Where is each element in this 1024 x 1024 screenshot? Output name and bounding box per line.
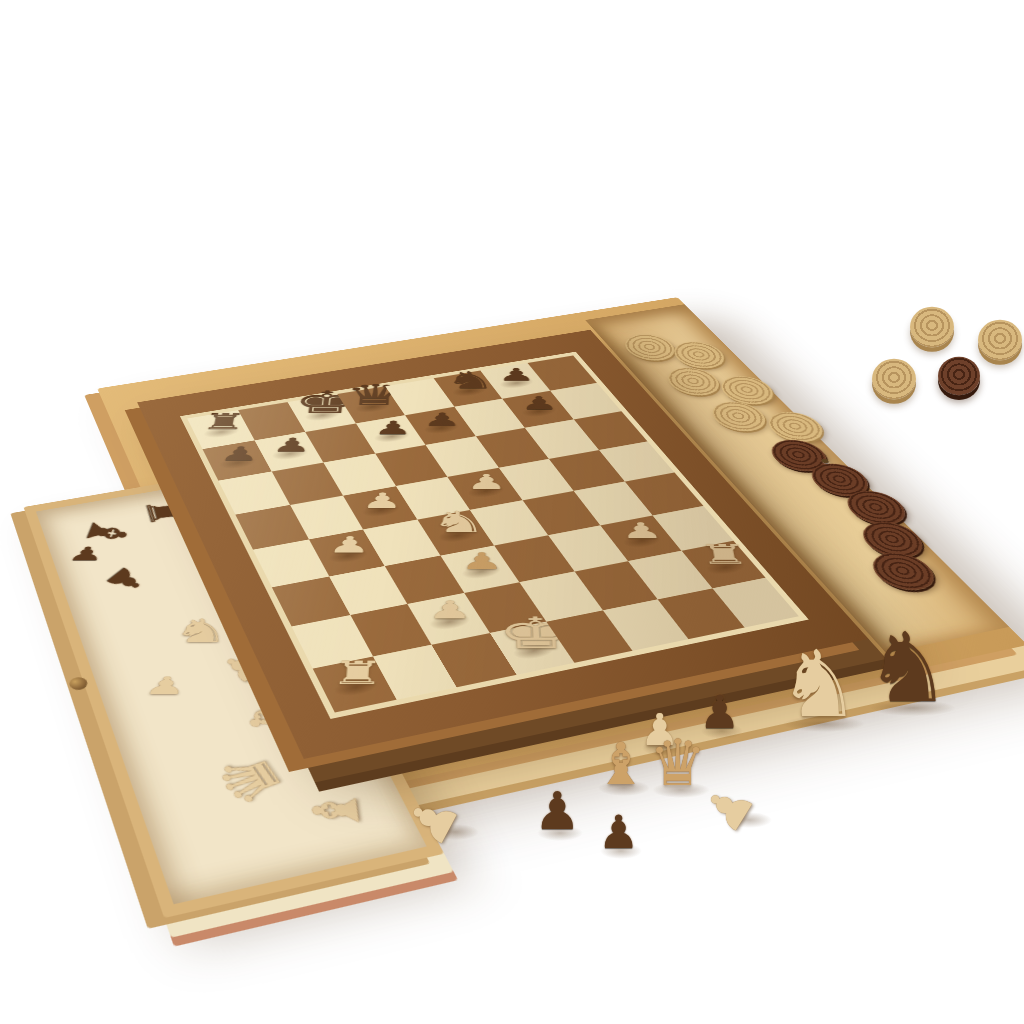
piece-black-pawn-b7[interactable]: ♟: [271, 435, 313, 454]
piece-white-pawn-b4[interactable]: ♟: [327, 534, 371, 557]
drawer-knob[interactable]: [68, 676, 89, 691]
piece-black-pawn-g7[interactable]: ♟: [520, 394, 559, 412]
dark-checker-tray-10[interactable]: [862, 549, 946, 595]
loose-black-pawn-3[interactable]: ♟: [598, 809, 639, 855]
piece-black-pawn-g8[interactable]: ♟: [498, 366, 536, 383]
light-checker-tray-1[interactable]: [666, 339, 734, 371]
loose-light-checker-0[interactable]: [910, 307, 954, 347]
light-checker-tray-2[interactable]: [659, 365, 728, 399]
loose-dark-checker-3[interactable]: [938, 357, 980, 396]
drawer-light-queen-9[interactable]: ♛: [204, 746, 297, 815]
piece-white-pawn-e5[interactable]: ♟: [466, 471, 507, 491]
loose-white-queen-5[interactable]: ♛: [649, 731, 706, 795]
piece-black-pawn-e7[interactable]: ♟: [423, 410, 462, 429]
drawer-dark-pawn-3[interactable]: ♟: [98, 562, 155, 599]
loose-black-knight-9[interactable]: ♞: [865, 620, 951, 716]
piece-black-pawn-d7[interactable]: ♟: [373, 418, 413, 437]
drawer-light-knight-5[interactable]: ♞: [170, 615, 233, 647]
light-checker-tray-4[interactable]: [703, 399, 775, 435]
game-box-3d-plane: ♝♜♟♟♟♞♟♟♝♛♝ ♜♚♛♞♟♟♟♟♟♟♟♟♟♞♟♟♟♜♜♚: [137, 330, 868, 759]
loose-light-checker-2[interactable]: [872, 359, 916, 399]
light-checker-tray-0[interactable]: [617, 332, 683, 364]
drawer-dark-pawn-4[interactable]: ♟: [66, 545, 107, 564]
piece-white-pawn-c5[interactable]: ♟: [361, 490, 403, 511]
photo-stage: ♝♜♟♟♟♞♟♟♝♛♝ ♜♚♛♞♟♟♟♟♟♟♟♟♟♞♟♟♟♜♜♚ ♟♟♝♟♟♛♟…: [0, 0, 1024, 1024]
loose-white-knight-8[interactable]: ♞: [778, 639, 860, 731]
piece-white-pawn-d3[interactable]: ♟: [460, 549, 503, 572]
piece-white-pawn-c2[interactable]: ♟: [428, 598, 473, 623]
piece-white-rook-h2[interactable]: ♜: [697, 542, 752, 569]
drawer-light-bishop-10[interactable]: ♝: [303, 787, 370, 834]
loose-light-checker-1[interactable]: [978, 320, 1022, 360]
drawer-light-pawn-6[interactable]: ♟: [143, 674, 189, 698]
loose-black-pawn-6[interactable]: ♟: [699, 689, 740, 735]
piece-black-pawn-a7[interactable]: ♟: [218, 444, 261, 464]
loose-black-pawn-1[interactable]: ♟: [534, 785, 581, 837]
